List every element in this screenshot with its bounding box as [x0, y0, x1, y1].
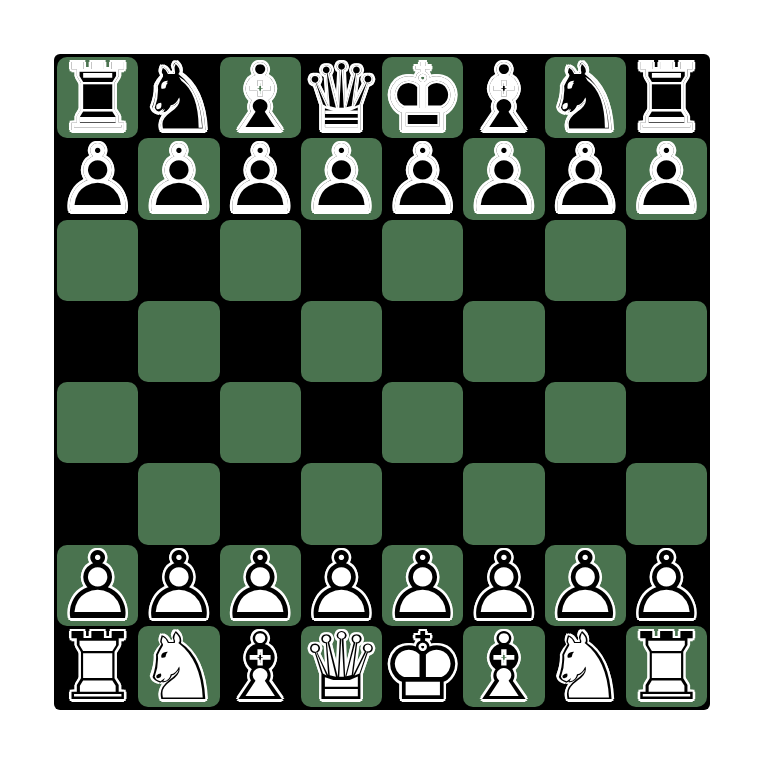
square-g1[interactable]: ♞♘	[545, 626, 626, 707]
white-knight-piece[interactable]: ♞♘	[545, 627, 626, 708]
square-a1[interactable]: ♜♖	[57, 626, 138, 707]
square-d1[interactable]: ♛♕	[301, 626, 382, 707]
square-h6[interactable]	[626, 220, 707, 301]
square-c7[interactable]: ♟♙	[220, 138, 301, 219]
black-pawn-detail-icon: ♙	[57, 139, 138, 220]
white-king-detail-icon: ♔	[382, 627, 463, 708]
black-pawn-detail-icon: ♙	[463, 139, 544, 220]
white-knight-detail-icon: ♘	[545, 627, 626, 708]
square-f1[interactable]: ♝♗	[463, 626, 544, 707]
square-a5[interactable]	[57, 301, 138, 382]
black-pawn-detail-icon: ♙	[382, 139, 463, 220]
square-c6[interactable]	[220, 220, 301, 301]
black-pawn-piece[interactable]: ♟♙	[301, 139, 382, 220]
black-pawn-detail-icon: ♙	[545, 139, 626, 220]
square-c4[interactable]	[220, 382, 301, 463]
square-d7[interactable]: ♟♙	[301, 138, 382, 219]
square-h7[interactable]: ♟♙	[626, 138, 707, 219]
square-b7[interactable]: ♟♙	[138, 138, 219, 219]
white-rook-detail-icon: ♖	[626, 627, 707, 708]
square-e1[interactable]: ♚♔	[382, 626, 463, 707]
white-rook-detail-icon: ♖	[57, 627, 138, 708]
square-e7[interactable]: ♟♙	[382, 138, 463, 219]
black-pawn-detail-icon: ♙	[301, 139, 382, 220]
square-g5[interactable]	[545, 301, 626, 382]
square-g7[interactable]: ♟♙	[545, 138, 626, 219]
white-rook-piece[interactable]: ♜♖	[626, 627, 707, 708]
black-pawn-detail-icon: ♙	[220, 139, 301, 220]
square-d4[interactable]	[301, 382, 382, 463]
black-pawn-piece[interactable]: ♟♙	[220, 139, 301, 220]
black-pawn-piece[interactable]: ♟♙	[626, 139, 707, 220]
square-h4[interactable]	[626, 382, 707, 463]
square-h5[interactable]	[626, 301, 707, 382]
square-b4[interactable]	[138, 382, 219, 463]
black-pawn-piece[interactable]: ♟♙	[463, 139, 544, 220]
black-pawn-piece[interactable]: ♟♙	[57, 139, 138, 220]
square-a4[interactable]	[57, 382, 138, 463]
square-g6[interactable]	[545, 220, 626, 301]
white-bishop-piece[interactable]: ♝♗	[220, 627, 301, 708]
white-queen-detail-icon: ♕	[301, 627, 382, 708]
square-b6[interactable]	[138, 220, 219, 301]
square-e5[interactable]	[382, 301, 463, 382]
white-bishop-detail-icon: ♗	[220, 627, 301, 708]
white-queen-piece[interactable]: ♛♕	[301, 627, 382, 708]
square-e4[interactable]	[382, 382, 463, 463]
black-pawn-piece[interactable]: ♟♙	[382, 139, 463, 220]
square-h1[interactable]: ♜♖	[626, 626, 707, 707]
square-c1[interactable]: ♝♗	[220, 626, 301, 707]
square-g4[interactable]	[545, 382, 626, 463]
square-d6[interactable]	[301, 220, 382, 301]
chess-board: ♜♖♞♘♝♗♛♕♚♔♝♗♞♘♜♖♟♙♟♙♟♙♟♙♟♙♟♙♟♙♟♙♟♙♟♙♟♙♟♙…	[54, 54, 710, 710]
square-f5[interactable]	[463, 301, 544, 382]
square-c5[interactable]	[220, 301, 301, 382]
square-d5[interactable]	[301, 301, 382, 382]
page-background: ♜♖♞♘♝♗♛♕♚♔♝♗♞♘♜♖♟♙♟♙♟♙♟♙♟♙♟♙♟♙♟♙♟♙♟♙♟♙♟♙…	[0, 0, 768, 768]
white-knight-piece[interactable]: ♞♘	[138, 627, 219, 708]
square-f4[interactable]	[463, 382, 544, 463]
white-rook-piece[interactable]: ♜♖	[57, 627, 138, 708]
square-a6[interactable]	[57, 220, 138, 301]
black-pawn-detail-icon: ♙	[138, 139, 219, 220]
white-bishop-detail-icon: ♗	[463, 627, 544, 708]
white-knight-detail-icon: ♘	[138, 627, 219, 708]
black-pawn-piece[interactable]: ♟♙	[545, 139, 626, 220]
white-king-piece[interactable]: ♚♔	[382, 627, 463, 708]
black-pawn-piece[interactable]: ♟♙	[138, 139, 219, 220]
square-f7[interactable]: ♟♙	[463, 138, 544, 219]
square-b5[interactable]	[138, 301, 219, 382]
square-e6[interactable]	[382, 220, 463, 301]
square-a7[interactable]: ♟♙	[57, 138, 138, 219]
square-f6[interactable]	[463, 220, 544, 301]
black-pawn-detail-icon: ♙	[626, 139, 707, 220]
white-bishop-piece[interactable]: ♝♗	[463, 627, 544, 708]
square-b1[interactable]: ♞♘	[138, 626, 219, 707]
